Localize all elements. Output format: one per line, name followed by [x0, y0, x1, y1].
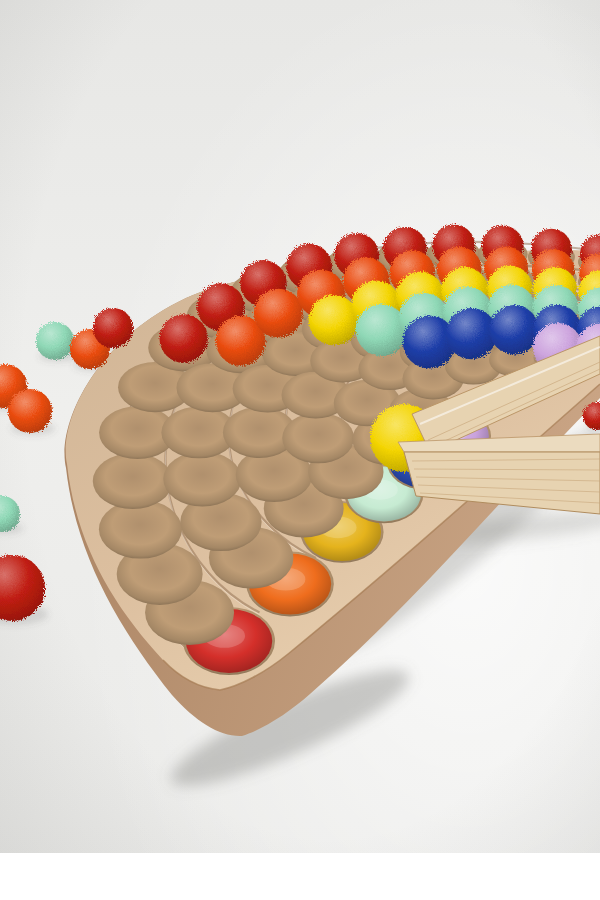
loose-pom-mint-0[interactable]	[36, 322, 74, 360]
white-margin	[0, 853, 600, 900]
white-band	[0, 853, 600, 900]
divot-mint-2[interactable]	[282, 413, 354, 464]
divot-red-4[interactable]	[93, 453, 173, 509]
loose-pom-orange-4[interactable]	[8, 389, 52, 433]
divot-orange-3[interactable]	[163, 451, 241, 506]
pom-yellow-6[interactable]	[309, 295, 359, 345]
pom-orange-7[interactable]	[254, 289, 303, 338]
pom-blue-6[interactable]	[489, 305, 538, 354]
scene	[0, 0, 600, 900]
photo-stage	[0, 0, 600, 900]
pom-blue-5[interactable]	[446, 308, 497, 359]
pom-red-7[interactable]	[159, 314, 207, 362]
divot-red-3[interactable]	[99, 500, 182, 559]
loose-pom-red-2[interactable]	[93, 308, 133, 348]
